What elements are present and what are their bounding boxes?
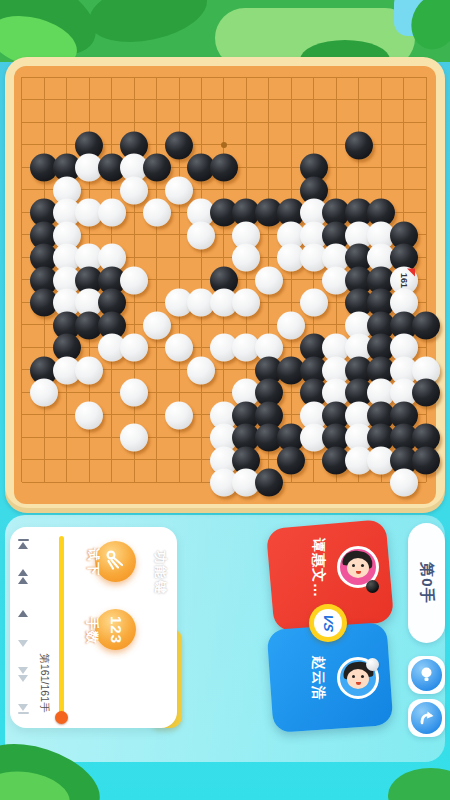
move-numbers-button[interactable]: 123 [95, 609, 136, 650]
grid-line [291, 77, 292, 482]
white-stone [300, 289, 328, 317]
white-stone [187, 221, 215, 249]
white-stone [232, 244, 260, 272]
black-stone [255, 469, 283, 497]
move-slider-track[interactable] [59, 536, 64, 717]
white-stone [187, 356, 215, 384]
white-stone [143, 199, 171, 227]
black-stone [412, 446, 440, 474]
leaf-icon [83, 0, 212, 52]
vs-label: VS [321, 613, 336, 633]
black-stone [412, 379, 440, 407]
function-keys-label: 功能键 [151, 551, 169, 596]
skip-to-end-icon [18, 704, 28, 711]
fast-backward-icon [18, 569, 28, 576]
white-stone [75, 401, 103, 429]
white-stone [120, 176, 148, 204]
fast-forward-icon [18, 667, 28, 674]
step-forward-button[interactable] [12, 633, 34, 653]
white-stone [75, 356, 103, 384]
white-stone-badge [366, 658, 379, 671]
black-stone [165, 131, 193, 159]
skip-to-start-icon [18, 539, 29, 542]
star-point [221, 142, 227, 148]
hint-button[interactable] [408, 656, 445, 694]
last-move-flag-icon [407, 268, 415, 276]
white-stone [120, 334, 148, 362]
go-board[interactable]: 161 [14, 66, 436, 504]
move-numbers-label: 手数 [83, 617, 101, 645]
fast-forward-button[interactable] [12, 664, 34, 684]
go-board-frame: 161 [5, 57, 445, 513]
try-move-label: 试下 [84, 548, 102, 576]
white-stone [255, 266, 283, 294]
lightbulb-icon [416, 664, 437, 685]
undo-arrow-icon [416, 707, 437, 728]
skip-to-start-button[interactable] [12, 534, 34, 554]
vs-badge: VS [309, 604, 347, 642]
app-screen: 161 对局 第161/161手 功能键 试下 [0, 0, 450, 800]
black-stone [345, 131, 373, 159]
white-stone [30, 379, 58, 407]
white-stone [120, 379, 148, 407]
white-stone [390, 469, 418, 497]
white-stone [165, 176, 193, 204]
white-player-name: 赵云浩 [309, 656, 327, 701]
white-stone [98, 199, 126, 227]
black-stone [277, 446, 305, 474]
white-stone [120, 424, 148, 452]
white-stone [143, 311, 171, 339]
move-numbers-123: 123 [107, 615, 124, 643]
grid-line [426, 77, 427, 482]
undo-button[interactable] [408, 699, 445, 737]
white-stone [277, 311, 305, 339]
move-slider-knob[interactable] [55, 711, 68, 724]
white-stone [120, 266, 148, 294]
step-forward-icon [18, 640, 28, 647]
skip-to-end-button[interactable] [12, 699, 34, 719]
white-stone [232, 289, 260, 317]
black-player-name: 谭惠文… [309, 538, 327, 598]
black-stone [143, 154, 171, 182]
fast-backward-button[interactable] [12, 566, 34, 586]
move-counter: 第161/161手 [37, 654, 51, 713]
ok-hand-icon [102, 548, 128, 574]
grass-top-decoration [0, 0, 450, 62]
black-stone [412, 311, 440, 339]
move-zero-label: 第0手 [417, 562, 436, 603]
step-backward-button[interactable] [12, 603, 34, 623]
step-backward-icon [18, 610, 28, 617]
black-stone [210, 154, 238, 182]
white-stone [165, 401, 193, 429]
leaf-icon [388, 768, 450, 800]
black-stone-badge [366, 580, 379, 593]
white-stone [165, 334, 193, 362]
